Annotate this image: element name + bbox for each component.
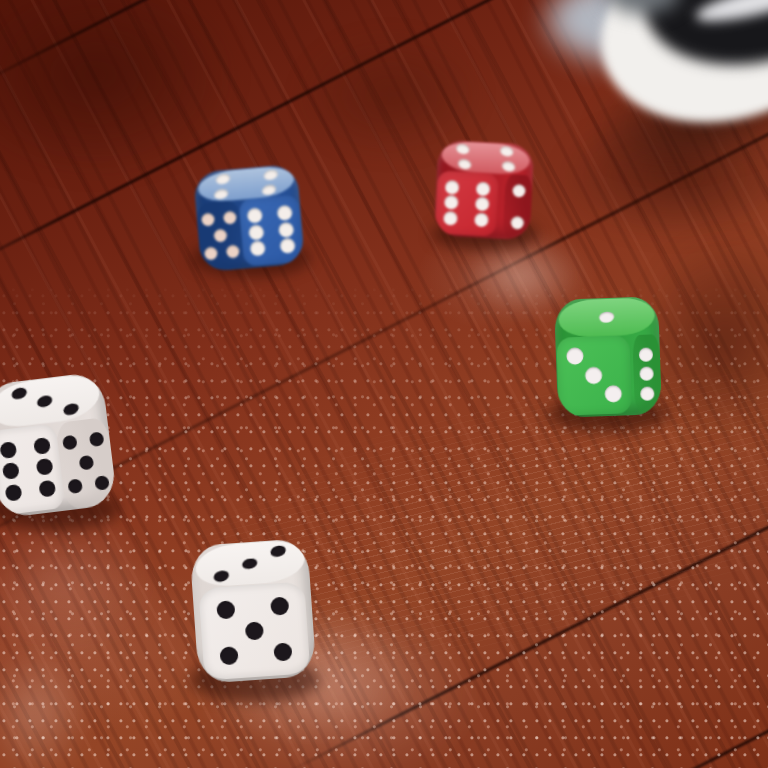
pip bbox=[457, 159, 471, 169]
pip bbox=[0, 441, 17, 459]
pip bbox=[213, 229, 227, 243]
pip bbox=[63, 403, 79, 416]
pip bbox=[641, 386, 655, 400]
pip bbox=[510, 216, 524, 230]
pip bbox=[35, 458, 53, 476]
pip bbox=[604, 385, 622, 403]
pip bbox=[38, 480, 56, 498]
pip bbox=[476, 181, 491, 196]
pip bbox=[474, 213, 489, 228]
pip bbox=[273, 643, 292, 662]
white-die-lower bbox=[189, 538, 316, 684]
pip bbox=[443, 211, 458, 226]
pip bbox=[500, 146, 514, 156]
pip bbox=[263, 169, 278, 180]
pip bbox=[214, 188, 229, 199]
pip bbox=[270, 596, 289, 615]
pip bbox=[62, 435, 78, 451]
red-die-front-face bbox=[435, 170, 500, 236]
pip bbox=[639, 347, 653, 361]
pip bbox=[216, 173, 231, 184]
white-die-upper-left bbox=[0, 371, 118, 519]
dice-layer bbox=[0, 0, 768, 768]
pip bbox=[2, 462, 20, 480]
pip bbox=[640, 367, 654, 381]
pip bbox=[94, 475, 110, 491]
blue-die bbox=[193, 164, 305, 273]
pip bbox=[11, 387, 27, 400]
pip bbox=[89, 432, 105, 448]
pip bbox=[249, 241, 265, 257]
pip bbox=[566, 348, 584, 366]
pip bbox=[512, 184, 526, 198]
white-die-upper-left-front-face bbox=[0, 423, 66, 516]
pip bbox=[444, 195, 459, 210]
pip bbox=[445, 180, 460, 195]
pip bbox=[246, 207, 262, 223]
pip bbox=[456, 144, 470, 154]
pip bbox=[248, 224, 264, 240]
white-die-lower-front-face bbox=[198, 581, 310, 681]
pip bbox=[223, 211, 237, 225]
blue-die-front-face bbox=[238, 195, 304, 267]
pip bbox=[37, 395, 53, 408]
photograph-dice-on-table bbox=[0, 0, 768, 768]
pip bbox=[502, 161, 516, 171]
pip bbox=[278, 221, 294, 237]
pip bbox=[226, 245, 240, 259]
pip bbox=[33, 437, 51, 455]
green-die bbox=[554, 296, 662, 418]
pip bbox=[241, 558, 257, 570]
pip bbox=[220, 646, 239, 665]
red-die-top-face bbox=[440, 141, 532, 176]
pip bbox=[599, 312, 615, 323]
pip bbox=[68, 478, 84, 494]
green-die-side-face bbox=[632, 334, 662, 414]
pip bbox=[276, 205, 292, 221]
white-die-upper-left-side-face bbox=[55, 416, 118, 509]
white-die-lower-top-face bbox=[193, 539, 307, 588]
pip bbox=[201, 213, 215, 227]
pip bbox=[78, 455, 94, 471]
pip bbox=[217, 600, 236, 619]
red-die bbox=[434, 140, 535, 241]
pip bbox=[585, 366, 603, 384]
pip bbox=[261, 184, 276, 195]
pip bbox=[5, 484, 23, 502]
green-die-front-face bbox=[556, 335, 631, 415]
pip bbox=[204, 246, 218, 260]
pip bbox=[475, 197, 490, 212]
pip bbox=[270, 546, 286, 558]
pip bbox=[279, 238, 295, 254]
pip bbox=[245, 621, 264, 640]
pip bbox=[213, 571, 229, 583]
green-die-top-face bbox=[558, 297, 656, 337]
